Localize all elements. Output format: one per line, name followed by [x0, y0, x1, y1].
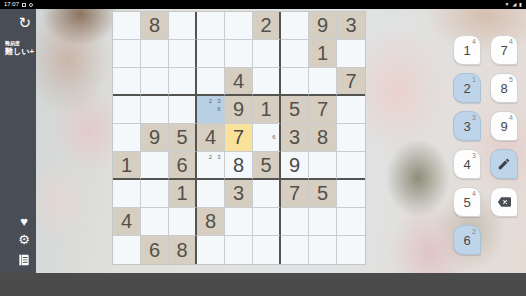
battery-icon: ▮: [519, 0, 522, 9]
cell-r3c1[interactable]: [113, 68, 141, 96]
cell-r6c8[interactable]: [309, 152, 337, 180]
remaining-count: 4: [472, 190, 476, 197]
wifi-icon: ▼: [504, 0, 509, 9]
cell-r2c3[interactable]: [169, 40, 197, 68]
remaining-count: 4: [472, 38, 476, 45]
cell-r9c1[interactable]: [113, 236, 141, 264]
cell-r5c3[interactable]: 5: [169, 124, 197, 152]
cell-r4c6[interactable]: 1: [253, 96, 281, 124]
remaining-count: 4: [509, 38, 513, 45]
cell-r6c7[interactable]: 9: [281, 152, 309, 180]
signal-icon: ◢: [512, 0, 516, 9]
cell-r5c8[interactable]: 8: [309, 124, 337, 152]
cell-r3c4[interactable]: [197, 68, 225, 96]
cell-r3c9[interactable]: 7: [337, 68, 365, 96]
cell-r3c6[interactable]: [253, 68, 281, 96]
cell-r9c2[interactable]: 6: [141, 236, 169, 264]
bottom-nav-bar: [0, 273, 526, 296]
screenshot-icon: [22, 3, 26, 7]
cell-r2c8[interactable]: 1: [309, 40, 337, 68]
cell-r1c2[interactable]: 8: [141, 12, 169, 40]
cell-r4c8[interactable]: 7: [309, 96, 337, 124]
cell-r5c7[interactable]: 3: [281, 124, 309, 152]
remaining-count: 1: [472, 76, 476, 83]
cell-r6c4[interactable]: 23: [197, 152, 225, 180]
cell-r7c5[interactable]: 3: [225, 180, 253, 208]
digit-label: 6: [463, 233, 470, 248]
numpad: 147421853394435462: [453, 35, 518, 255]
refresh-icon[interactable]: ↻: [18, 15, 31, 30]
cell-r4c4[interactable]: 236: [197, 96, 225, 124]
digit-7-button[interactable]: 74: [490, 35, 518, 65]
cell-r3c5[interactable]: 4: [225, 68, 253, 96]
cell-r1c6[interactable]: 2: [253, 12, 281, 40]
pencil-button[interactable]: [490, 149, 518, 179]
cell-r5c4[interactable]: 4: [197, 124, 225, 152]
digit-label: 7: [500, 43, 507, 58]
cell-r9c9[interactable]: [337, 236, 365, 264]
cell-r5c6[interactable]: 6: [253, 124, 281, 152]
left-toolbar: ↻ 難易度 難しい+ ♥ ⚙: [0, 9, 36, 273]
cell-r9c6[interactable]: [253, 236, 281, 264]
digit-3-button[interactable]: 33: [453, 111, 481, 141]
cell-r2c4[interactable]: [197, 40, 225, 68]
cell-r9c7[interactable]: [281, 236, 309, 264]
digit-9-button[interactable]: 94: [490, 111, 518, 141]
cell-r2c7[interactable]: [281, 40, 309, 68]
cell-r4c1[interactable]: [113, 96, 141, 124]
cell-r8c1[interactable]: 4: [113, 208, 141, 236]
status-bar: 17:07 ▼ ◢ ▮: [0, 0, 526, 9]
cell-r3c2[interactable]: [141, 68, 169, 96]
cell-r1c7[interactable]: [281, 12, 309, 40]
digit-6-button[interactable]: 62: [453, 225, 481, 255]
cell-r7c9[interactable]: [337, 180, 365, 208]
digit-5-button[interactable]: 54: [453, 187, 481, 217]
cell-r2c1[interactable]: [113, 40, 141, 68]
cell-r2c6[interactable]: [253, 40, 281, 68]
cell-r9c8[interactable]: [309, 236, 337, 264]
cell-r1c3[interactable]: [169, 12, 197, 40]
record-icon: [29, 3, 33, 7]
cell-r1c4[interactable]: [197, 12, 225, 40]
cell-r2c5[interactable]: [225, 40, 253, 68]
cell-r9c3[interactable]: 8: [169, 236, 197, 264]
cell-r4c9[interactable]: [337, 96, 365, 124]
digit-label: 3: [463, 119, 470, 134]
remaining-count: 4: [509, 114, 513, 121]
sudoku-board: 829314723691579547638162385913754868: [112, 11, 366, 265]
cell-r6c5[interactable]: 8: [225, 152, 253, 180]
cell-r4c3[interactable]: [169, 96, 197, 124]
difficulty-value[interactable]: 難しい+: [5, 46, 34, 57]
delete-button[interactable]: [490, 187, 518, 217]
cell-r7c6[interactable]: [253, 180, 281, 208]
cell-r7c8[interactable]: 5: [309, 180, 337, 208]
cell-r4c5[interactable]: 9: [225, 96, 253, 124]
cell-r2c9[interactable]: [337, 40, 365, 68]
cell-r1c9[interactable]: 3: [337, 12, 365, 40]
digit-label: 1: [463, 43, 470, 58]
cell-r7c4[interactable]: [197, 180, 225, 208]
cell-r6c1[interactable]: 1: [113, 152, 141, 180]
digit-label: 4: [463, 157, 470, 172]
cell-r1c8[interactable]: 9: [309, 12, 337, 40]
cell-r4c7[interactable]: 5: [281, 96, 309, 124]
pencil-notes: 236: [198, 97, 223, 122]
heart-icon[interactable]: ♥: [17, 215, 31, 229]
cell-r5c1[interactable]: [113, 124, 141, 152]
pencil-notes: 6: [254, 125, 278, 150]
book-icon[interactable]: [17, 253, 31, 267]
cell-r9c4[interactable]: [197, 236, 225, 264]
cell-r7c1[interactable]: [113, 180, 141, 208]
cell-r6c3[interactable]: 6: [169, 152, 197, 180]
pencil-notes: 23: [198, 153, 223, 177]
cell-r7c2[interactable]: [141, 180, 169, 208]
digit-1-button[interactable]: 14: [453, 35, 481, 65]
cell-r8c4[interactable]: 8: [197, 208, 225, 236]
cell-r1c5[interactable]: [225, 12, 253, 40]
digit-label: 5: [463, 195, 470, 210]
cell-r3c8[interactable]: [309, 68, 337, 96]
cell-r6c9[interactable]: [337, 152, 365, 180]
cell-r8c8[interactable]: [309, 208, 337, 236]
cell-r8c6[interactable]: [253, 208, 281, 236]
digit-8-button[interactable]: 85: [490, 73, 518, 103]
cell-r1c1[interactable]: [113, 12, 141, 40]
cell-r8c3[interactable]: [169, 208, 197, 236]
remaining-count: 5: [509, 76, 513, 83]
cell-r5c5[interactable]: 7: [225, 124, 253, 152]
remaining-count: 3: [472, 114, 476, 121]
cell-r5c9[interactable]: [337, 124, 365, 152]
cell-r6c2[interactable]: [141, 152, 169, 180]
cell-r8c2[interactable]: [141, 208, 169, 236]
remaining-count: 3: [472, 152, 476, 159]
cell-r3c3[interactable]: [169, 68, 197, 96]
digit-4-button[interactable]: 43: [453, 149, 481, 179]
status-time: 17:07: [4, 0, 19, 9]
cell-r7c7[interactable]: 7: [281, 180, 309, 208]
cell-r2c2[interactable]: [141, 40, 169, 68]
cell-r8c7[interactable]: [281, 208, 309, 236]
digit-2-button[interactable]: 21: [453, 73, 481, 103]
cell-r3c7[interactable]: [281, 68, 309, 96]
cell-r7c3[interactable]: 1: [169, 180, 197, 208]
cell-r4c2[interactable]: [141, 96, 169, 124]
digit-label: 2: [463, 81, 470, 96]
cell-r8c9[interactable]: [337, 208, 365, 236]
cell-r5c2[interactable]: 9: [141, 124, 169, 152]
cell-r8c5[interactable]: [225, 208, 253, 236]
digit-label: 9: [500, 119, 507, 134]
digit-label: 8: [500, 81, 507, 96]
cell-r9c5[interactable]: [225, 236, 253, 264]
remaining-count: 2: [472, 228, 476, 235]
gear-icon[interactable]: ⚙: [17, 233, 31, 247]
sudoku-app-screen: 17:07 ▼ ◢ ▮ ↻ 難易度 難しい+ ♥ ⚙ 8293147236915…: [0, 0, 526, 296]
cell-r6c6[interactable]: 5: [253, 152, 281, 180]
